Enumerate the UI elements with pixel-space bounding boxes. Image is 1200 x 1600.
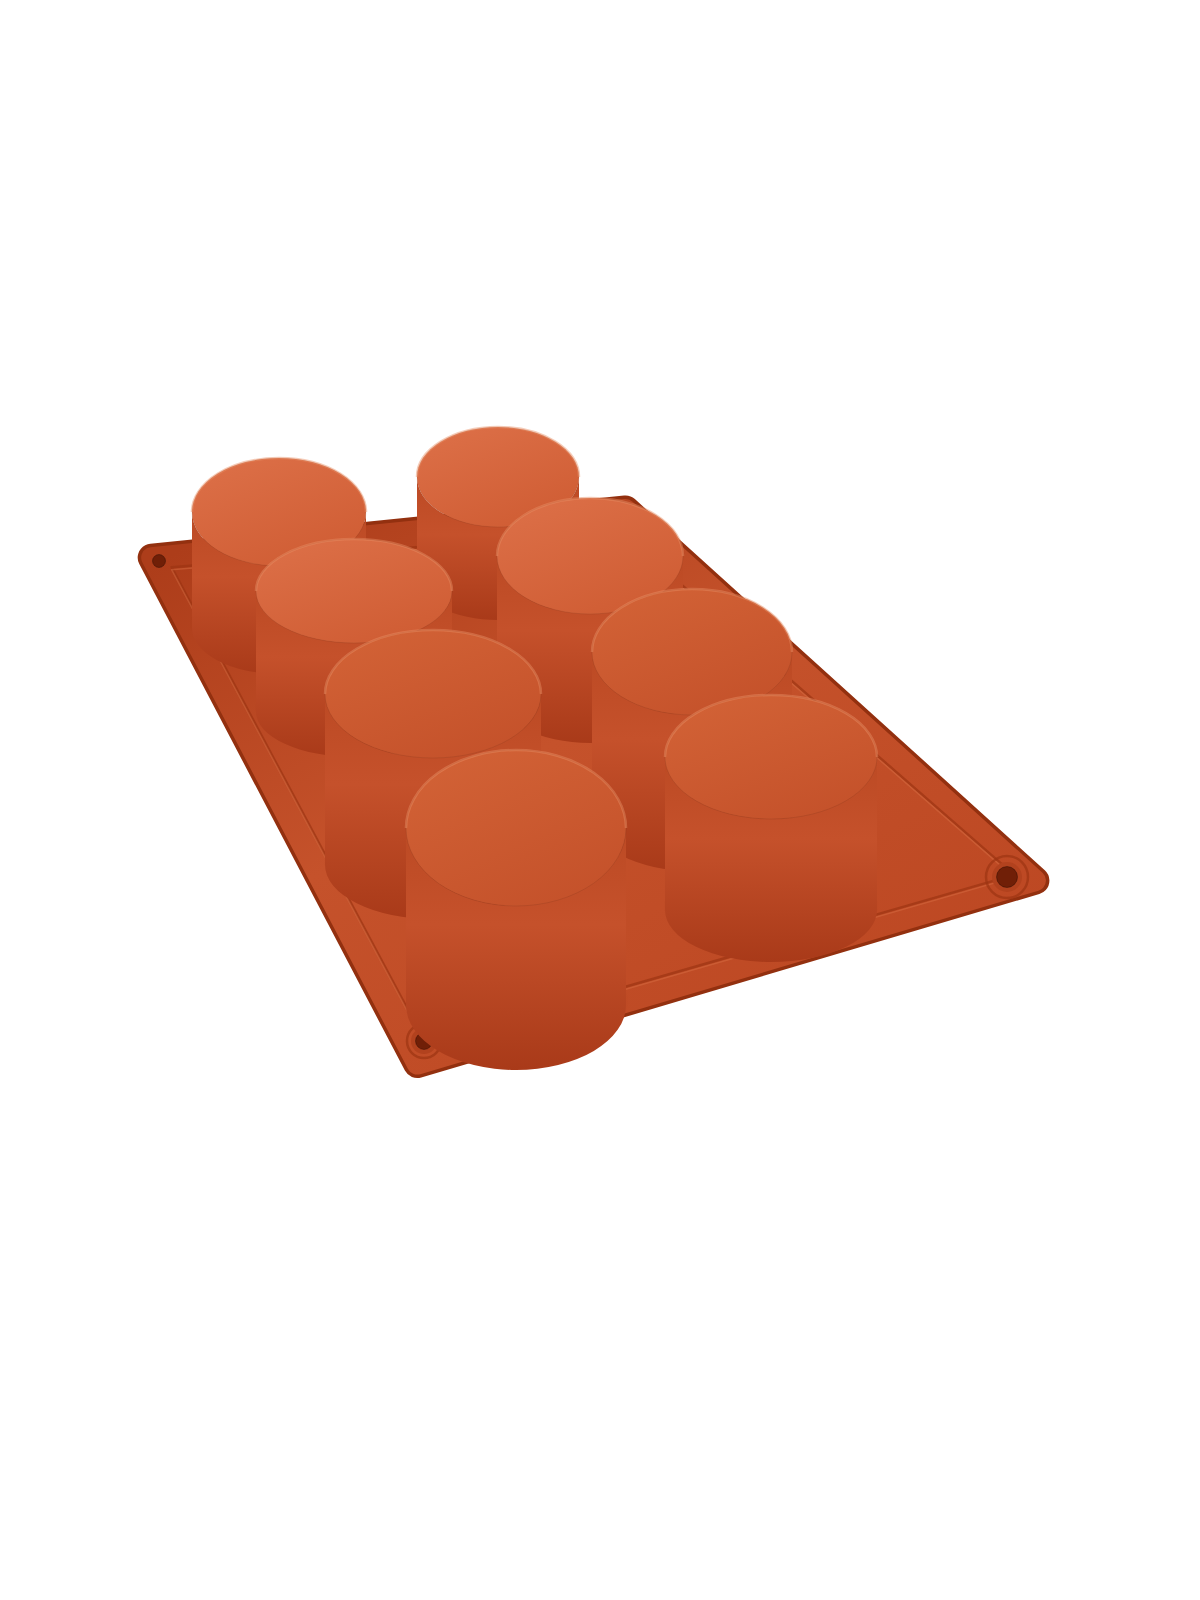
product-photo — [0, 0, 1200, 1600]
mold-illustration — [0, 0, 1200, 1600]
cylinder-7 — [406, 750, 626, 1070]
corner-hole-left — [153, 555, 166, 568]
cylinder-8 — [665, 695, 877, 962]
corner-hole-right — [997, 867, 1018, 888]
